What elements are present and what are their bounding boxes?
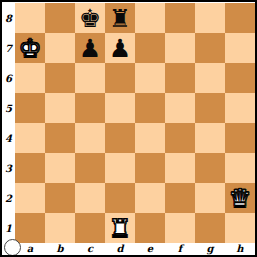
square-b5[interactable] bbox=[45, 93, 75, 123]
square-b3[interactable] bbox=[45, 153, 75, 183]
square-e3[interactable] bbox=[135, 153, 165, 183]
square-e6[interactable] bbox=[135, 63, 165, 93]
square-a2[interactable] bbox=[15, 183, 45, 213]
square-b1[interactable] bbox=[45, 213, 75, 243]
square-h5[interactable] bbox=[225, 93, 255, 123]
square-g1[interactable] bbox=[195, 213, 225, 243]
file-label-f: f bbox=[165, 243, 195, 255]
file-label-h: h bbox=[225, 243, 255, 255]
square-e4[interactable] bbox=[135, 123, 165, 153]
square-a4[interactable] bbox=[15, 123, 45, 153]
square-e1[interactable] bbox=[135, 213, 165, 243]
square-c8[interactable]: ♚ bbox=[75, 3, 105, 33]
square-g7[interactable] bbox=[195, 33, 225, 63]
square-c7[interactable]: ♟ bbox=[75, 33, 105, 63]
rank-label-3: 3 bbox=[2, 153, 15, 183]
square-d5[interactable] bbox=[105, 93, 135, 123]
chess-board: ♚♜♚♟♟♛♜ bbox=[15, 3, 255, 243]
square-g5[interactable] bbox=[195, 93, 225, 123]
square-g3[interactable] bbox=[195, 153, 225, 183]
square-f4[interactable] bbox=[165, 123, 195, 153]
side-to-move-indicator bbox=[4, 239, 21, 256]
square-d6[interactable] bbox=[105, 63, 135, 93]
square-d2[interactable] bbox=[105, 183, 135, 213]
rank-label-6: 6 bbox=[2, 63, 15, 93]
square-f3[interactable] bbox=[165, 153, 195, 183]
square-h1[interactable] bbox=[225, 213, 255, 243]
square-f5[interactable] bbox=[165, 93, 195, 123]
square-f1[interactable] bbox=[165, 213, 195, 243]
square-a1[interactable] bbox=[15, 213, 45, 243]
square-b2[interactable] bbox=[45, 183, 75, 213]
square-d4[interactable] bbox=[105, 123, 135, 153]
square-d1[interactable]: ♜ bbox=[105, 213, 135, 243]
square-b6[interactable] bbox=[45, 63, 75, 93]
square-c6[interactable] bbox=[75, 63, 105, 93]
square-a5[interactable] bbox=[15, 93, 45, 123]
square-e7[interactable] bbox=[135, 33, 165, 63]
file-label-e: e bbox=[135, 243, 165, 255]
square-d8[interactable]: ♜ bbox=[105, 3, 135, 33]
square-c2[interactable] bbox=[75, 183, 105, 213]
square-h7[interactable] bbox=[225, 33, 255, 63]
square-e8[interactable] bbox=[135, 3, 165, 33]
piece-black-pawn[interactable]: ♟ bbox=[109, 36, 131, 61]
square-h2[interactable]: ♛ bbox=[225, 183, 255, 213]
square-a6[interactable] bbox=[15, 63, 45, 93]
square-h8[interactable] bbox=[225, 3, 255, 33]
square-a3[interactable] bbox=[15, 153, 45, 183]
rank-label-5: 5 bbox=[2, 93, 15, 123]
square-b4[interactable] bbox=[45, 123, 75, 153]
square-h4[interactable] bbox=[225, 123, 255, 153]
file-label-c: c bbox=[75, 243, 105, 255]
piece-black-king[interactable]: ♚ bbox=[79, 6, 101, 31]
square-c5[interactable] bbox=[75, 93, 105, 123]
square-a7[interactable]: ♚ bbox=[15, 33, 45, 63]
piece-white-rook[interactable]: ♜ bbox=[109, 216, 131, 241]
rank-label-2: 2 bbox=[2, 183, 15, 213]
square-f7[interactable] bbox=[165, 33, 195, 63]
square-b7[interactable] bbox=[45, 33, 75, 63]
file-label-b: b bbox=[45, 243, 75, 255]
square-f6[interactable] bbox=[165, 63, 195, 93]
rank-label-8: 8 bbox=[2, 3, 15, 33]
square-e5[interactable] bbox=[135, 93, 165, 123]
file-label-g: g bbox=[195, 243, 225, 255]
square-c4[interactable] bbox=[75, 123, 105, 153]
square-c3[interactable] bbox=[75, 153, 105, 183]
piece-black-rook[interactable]: ♜ bbox=[109, 6, 131, 31]
square-a8[interactable] bbox=[15, 3, 45, 33]
square-b8[interactable] bbox=[45, 3, 75, 33]
square-d7[interactable]: ♟ bbox=[105, 33, 135, 63]
piece-black-pawn[interactable]: ♟ bbox=[79, 36, 101, 61]
square-h6[interactable] bbox=[225, 63, 255, 93]
square-d3[interactable] bbox=[105, 153, 135, 183]
piece-white-queen[interactable]: ♛ bbox=[229, 186, 251, 211]
square-g2[interactable] bbox=[195, 183, 225, 213]
square-e2[interactable] bbox=[135, 183, 165, 213]
square-f2[interactable] bbox=[165, 183, 195, 213]
chess-diagram: 87654321 ♚♜♚♟♟♛♜ abcdefgh bbox=[0, 0, 257, 257]
square-g8[interactable] bbox=[195, 3, 225, 33]
square-h3[interactable] bbox=[225, 153, 255, 183]
rank-label-7: 7 bbox=[2, 33, 15, 63]
square-g6[interactable] bbox=[195, 63, 225, 93]
square-g4[interactable] bbox=[195, 123, 225, 153]
rank-labels: 87654321 bbox=[2, 3, 15, 243]
file-label-d: d bbox=[105, 243, 135, 255]
rank-label-4: 4 bbox=[2, 123, 15, 153]
square-c1[interactable] bbox=[75, 213, 105, 243]
piece-white-king[interactable]: ♚ bbox=[19, 36, 41, 61]
file-labels: abcdefgh bbox=[15, 243, 255, 255]
square-f8[interactable] bbox=[165, 3, 195, 33]
